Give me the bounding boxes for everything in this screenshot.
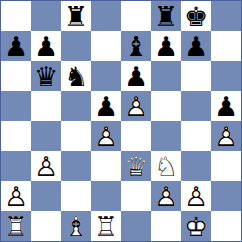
square-b1[interactable] [31, 211, 61, 241]
square-d3[interactable] [91, 151, 121, 181]
square-d8[interactable] [91, 1, 121, 31]
square-b7[interactable]: ♟ [31, 31, 61, 61]
black-king[interactable]: ♚ [184, 3, 208, 30]
piece-outline-glyph: ♙ [124, 93, 148, 120]
square-e2[interactable] [121, 181, 151, 211]
square-e1[interactable] [121, 211, 151, 241]
square-f6[interactable] [151, 61, 181, 91]
square-c8[interactable]: ♜ [61, 1, 91, 31]
square-c6[interactable]: ♞ [61, 61, 91, 91]
square-h2[interactable] [211, 181, 241, 211]
black-pawn[interactable]: ♟ [34, 33, 58, 60]
square-a6[interactable] [1, 61, 31, 91]
white-bishop[interactable]: ♝♗ [64, 213, 88, 240]
square-a8[interactable] [1, 1, 31, 31]
square-f4[interactable] [151, 121, 181, 151]
white-pawn[interactable]: ♟♙ [214, 123, 238, 150]
square-d2[interactable] [91, 181, 121, 211]
square-e5[interactable]: ♟♙ [121, 91, 151, 121]
white-queen[interactable]: ♛♕ [124, 153, 148, 180]
square-f8[interactable]: ♜ [151, 1, 181, 31]
square-g7[interactable]: ♟ [181, 31, 211, 61]
square-a3[interactable] [1, 151, 31, 181]
square-d1[interactable]: ♜♖ [91, 211, 121, 241]
square-g6[interactable] [181, 61, 211, 91]
square-c5[interactable] [61, 91, 91, 121]
piece-outline-glyph: ♙ [4, 183, 28, 210]
piece-outline-glyph: ♗ [64, 213, 88, 240]
square-e3[interactable]: ♛♕ [121, 151, 151, 181]
square-d5[interactable]: ♟ [91, 91, 121, 121]
square-h8[interactable] [211, 1, 241, 31]
white-pawn[interactable]: ♟♙ [184, 183, 208, 210]
square-b3[interactable]: ♟♙ [31, 151, 61, 181]
square-a2[interactable]: ♟♙ [1, 181, 31, 211]
black-pawn[interactable]: ♟ [124, 63, 148, 90]
piece-outline-glyph: ♖ [4, 213, 28, 240]
white-pawn[interactable]: ♟♙ [124, 93, 148, 120]
square-b2[interactable] [31, 181, 61, 211]
chess-board: ♜♜♚♟♟♝♟♟♛♞♟♟♟♙♟♟♙♟♙♟♙♛♕♞♘♟♙♟♙♟♙♜♖♝♗♜♖♚♔ [0, 0, 242, 242]
square-h3[interactable] [211, 151, 241, 181]
square-c2[interactable] [61, 181, 91, 211]
square-b4[interactable] [31, 121, 61, 151]
square-e6[interactable]: ♟ [121, 61, 151, 91]
piece-outline-glyph: ♘ [154, 153, 178, 180]
piece-outline-glyph: ♕ [124, 153, 148, 180]
piece-outline-glyph: ♙ [94, 123, 118, 150]
square-g1[interactable]: ♚♔ [181, 211, 211, 241]
square-d7[interactable] [91, 31, 121, 61]
black-knight[interactable]: ♞ [64, 63, 88, 90]
white-pawn[interactable]: ♟♙ [94, 123, 118, 150]
square-c1[interactable]: ♝♗ [61, 211, 91, 241]
square-g8[interactable]: ♚ [181, 1, 211, 31]
square-g2[interactable]: ♟♙ [181, 181, 211, 211]
black-pawn[interactable]: ♟ [94, 93, 118, 120]
piece-outline-glyph: ♙ [214, 123, 238, 150]
square-f2[interactable]: ♟♙ [151, 181, 181, 211]
square-b5[interactable] [31, 91, 61, 121]
square-g4[interactable] [181, 121, 211, 151]
white-rook[interactable]: ♜♖ [4, 213, 28, 240]
square-h1[interactable] [211, 211, 241, 241]
piece-outline-glyph: ♙ [184, 183, 208, 210]
square-b8[interactable] [31, 1, 61, 31]
square-a4[interactable] [1, 121, 31, 151]
black-pawn[interactable]: ♟ [184, 33, 208, 60]
square-d6[interactable] [91, 61, 121, 91]
square-e7[interactable]: ♝ [121, 31, 151, 61]
black-bishop[interactable]: ♝ [124, 33, 148, 60]
white-pawn[interactable]: ♟♙ [4, 183, 28, 210]
piece-outline-glyph: ♖ [94, 213, 118, 240]
square-a5[interactable] [1, 91, 31, 121]
square-c7[interactable] [61, 31, 91, 61]
square-h4[interactable]: ♟♙ [211, 121, 241, 151]
piece-outline-glyph: ♔ [184, 213, 208, 240]
black-rook[interactable]: ♜ [64, 3, 88, 30]
black-rook[interactable]: ♜ [154, 3, 178, 30]
black-queen[interactable]: ♛ [34, 63, 58, 90]
square-h6[interactable] [211, 61, 241, 91]
square-f1[interactable] [151, 211, 181, 241]
black-pawn[interactable]: ♟ [4, 33, 28, 60]
square-h5[interactable]: ♟ [211, 91, 241, 121]
white-pawn[interactable]: ♟♙ [34, 153, 58, 180]
piece-outline-glyph: ♙ [34, 153, 58, 180]
square-e8[interactable] [121, 1, 151, 31]
piece-outline-glyph: ♙ [154, 183, 178, 210]
square-h7[interactable] [211, 31, 241, 61]
square-e4[interactable] [121, 121, 151, 151]
white-pawn[interactable]: ♟♙ [154, 183, 178, 210]
square-f5[interactable] [151, 91, 181, 121]
black-pawn[interactable]: ♟ [214, 93, 238, 120]
white-king[interactable]: ♚♔ [184, 213, 208, 240]
square-a7[interactable]: ♟ [1, 31, 31, 61]
square-a1[interactable]: ♜♖ [1, 211, 31, 241]
square-b6[interactable]: ♛ [31, 61, 61, 91]
square-f7[interactable]: ♟ [151, 31, 181, 61]
square-g5[interactable] [181, 91, 211, 121]
square-g3[interactable] [181, 151, 211, 181]
square-c3[interactable] [61, 151, 91, 181]
white-rook[interactable]: ♜♖ [94, 213, 118, 240]
black-pawn[interactable]: ♟ [154, 33, 178, 60]
square-d4[interactable]: ♟♙ [91, 121, 121, 151]
square-c4[interactable] [61, 121, 91, 151]
white-knight[interactable]: ♞♘ [154, 153, 178, 180]
square-f3[interactable]: ♞♘ [151, 151, 181, 181]
